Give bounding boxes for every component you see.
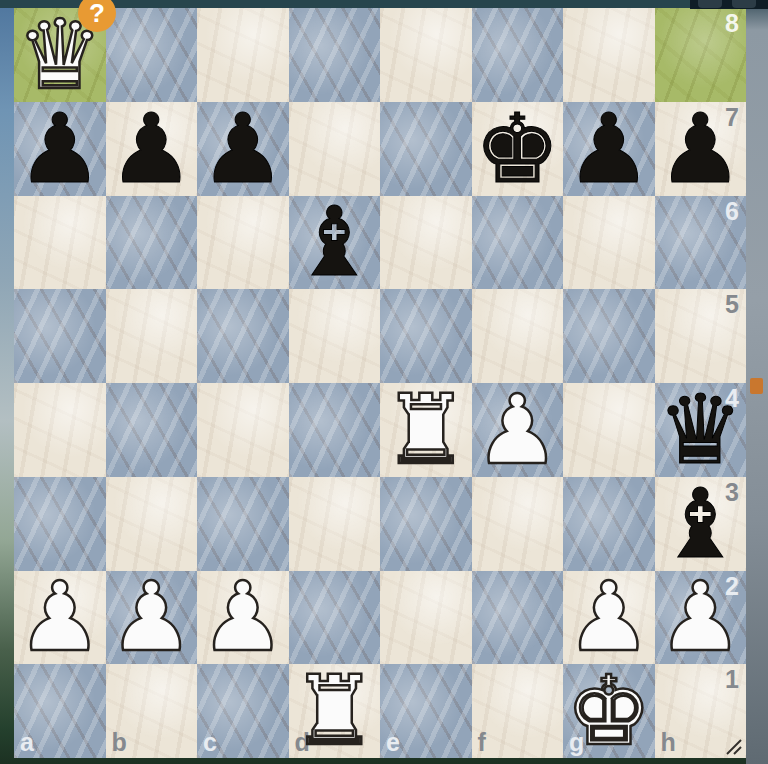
square-g1[interactable]: g♚ (563, 664, 655, 758)
square-e8[interactable] (380, 8, 472, 102)
square-e1[interactable]: e (380, 664, 472, 758)
square-d7[interactable] (289, 102, 381, 196)
piece-black-queen[interactable]: ♛ (655, 383, 747, 477)
piece-black-bishop[interactable]: ♝ (289, 196, 381, 290)
square-h5[interactable]: 5 (655, 289, 747, 383)
square-c8[interactable] (197, 8, 289, 102)
file-label-e: e (386, 728, 400, 757)
square-h3[interactable]: 3♝ (655, 477, 747, 571)
square-g2[interactable]: ♟ (563, 571, 655, 665)
piece-white-pawn[interactable]: ♟ (655, 571, 747, 665)
piece-black-king[interactable]: ♚ (472, 102, 564, 196)
square-h7[interactable]: 7♟ (655, 102, 747, 196)
square-c3[interactable] (197, 477, 289, 571)
ui-fragment-tab (732, 0, 756, 8)
ui-fragment-tab (698, 0, 722, 8)
piece-black-pawn[interactable]: ♟ (563, 102, 655, 196)
square-e7[interactable] (380, 102, 472, 196)
square-b1[interactable]: b (106, 664, 198, 758)
square-d4[interactable] (289, 383, 381, 477)
square-h8[interactable]: 8 (655, 8, 747, 102)
square-f2[interactable] (472, 571, 564, 665)
square-d1[interactable]: d♜ (289, 664, 381, 758)
square-a7[interactable]: ♟ (14, 102, 106, 196)
square-g4[interactable] (563, 383, 655, 477)
square-d6[interactable]: ♝ (289, 196, 381, 290)
square-c1[interactable]: c (197, 664, 289, 758)
square-a6[interactable] (14, 196, 106, 290)
square-e4[interactable]: ♜ (380, 383, 472, 477)
square-b5[interactable] (106, 289, 198, 383)
square-f6[interactable] (472, 196, 564, 290)
square-a4[interactable] (14, 383, 106, 477)
square-h2[interactable]: 2♟ (655, 571, 747, 665)
square-b4[interactable] (106, 383, 198, 477)
square-a3[interactable] (14, 477, 106, 571)
square-c4[interactable] (197, 383, 289, 477)
file-label-f: f (478, 728, 486, 757)
square-b8[interactable] (106, 8, 198, 102)
square-e3[interactable] (380, 477, 472, 571)
square-f3[interactable] (472, 477, 564, 571)
square-g5[interactable] (563, 289, 655, 383)
square-g3[interactable] (563, 477, 655, 571)
square-f7[interactable]: ♚ (472, 102, 564, 196)
square-c2[interactable]: ♟ (197, 571, 289, 665)
square-e2[interactable] (380, 571, 472, 665)
square-f8[interactable] (472, 8, 564, 102)
piece-white-king[interactable]: ♚ (563, 664, 655, 758)
file-label-h: h (661, 728, 676, 757)
piece-black-pawn[interactable]: ♟ (197, 102, 289, 196)
piece-white-pawn[interactable]: ♟ (106, 571, 198, 665)
square-g7[interactable]: ♟ (563, 102, 655, 196)
right-strip-orange-marker (750, 378, 763, 394)
piece-white-pawn[interactable]: ♟ (563, 571, 655, 665)
square-b7[interactable]: ♟ (106, 102, 198, 196)
square-f5[interactable] (472, 289, 564, 383)
piece-white-pawn[interactable]: ♟ (197, 571, 289, 665)
square-h6[interactable]: 6 (655, 196, 747, 290)
square-b3[interactable] (106, 477, 198, 571)
square-h4[interactable]: 4♛ (655, 383, 747, 477)
square-f1[interactable]: f (472, 664, 564, 758)
top-right-ui-fragment (690, 0, 768, 9)
piece-black-pawn[interactable]: ♟ (655, 102, 747, 196)
piece-black-pawn[interactable]: ♟ (14, 102, 106, 196)
piece-white-rook[interactable]: ♜ (380, 383, 472, 477)
piece-black-pawn[interactable]: ♟ (106, 102, 198, 196)
square-c6[interactable] (197, 196, 289, 290)
square-d8[interactable] (289, 8, 381, 102)
piece-white-pawn[interactable]: ♟ (472, 383, 564, 477)
square-a1[interactable]: a (14, 664, 106, 758)
square-e5[interactable] (380, 289, 472, 383)
file-label-a: a (20, 728, 34, 757)
rank-label-8: 8 (725, 9, 739, 38)
square-f4[interactable]: ♟ (472, 383, 564, 477)
square-b2[interactable]: ♟ (106, 571, 198, 665)
square-d3[interactable] (289, 477, 381, 571)
piece-white-pawn[interactable]: ♟ (14, 571, 106, 665)
piece-black-bishop[interactable]: ♝ (655, 477, 747, 571)
file-label-c: c (203, 728, 217, 757)
square-e6[interactable] (380, 196, 472, 290)
square-d2[interactable] (289, 571, 381, 665)
piece-white-rook[interactable]: ♜ (289, 664, 381, 758)
square-c5[interactable] (197, 289, 289, 383)
square-d5[interactable] (289, 289, 381, 383)
chess-board[interactable]: ♛8♟♟♟♚♟7♟♝65♜♟4♛3♝♟♟♟♟2♟abcd♜efg♚1h? (14, 8, 746, 758)
square-a2[interactable]: ♟ (14, 571, 106, 665)
board-resize-handle-icon[interactable] (724, 737, 742, 755)
square-a5[interactable] (14, 289, 106, 383)
square-b6[interactable] (106, 196, 198, 290)
rank-label-5: 5 (725, 290, 739, 319)
file-label-b: b (112, 728, 127, 757)
square-g6[interactable] (563, 196, 655, 290)
square-g8[interactable] (563, 8, 655, 102)
square-c7[interactable]: ♟ (197, 102, 289, 196)
